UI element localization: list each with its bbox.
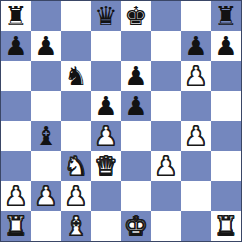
piece-black-queen-d8[interactable]: ♛ bbox=[94, 1, 117, 31]
square-h7[interactable]: ♟ bbox=[211, 31, 241, 61]
piece-white-queen-d3[interactable]: ♛ bbox=[94, 151, 117, 181]
piece-white-pawn-c2[interactable]: ♟ bbox=[64, 181, 87, 211]
square-d1[interactable] bbox=[91, 211, 121, 241]
square-d8[interactable]: ♛ bbox=[91, 1, 121, 31]
piece-white-pawn-g4[interactable]: ♟ bbox=[184, 121, 207, 151]
square-g8[interactable] bbox=[181, 1, 211, 31]
square-d6[interactable] bbox=[91, 61, 121, 91]
piece-white-rook-h1[interactable]: ♜ bbox=[214, 211, 237, 241]
square-f7[interactable] bbox=[151, 31, 181, 61]
square-b3[interactable] bbox=[31, 151, 61, 181]
square-d7[interactable] bbox=[91, 31, 121, 61]
square-a6[interactable] bbox=[1, 61, 31, 91]
square-c3[interactable]: ♞ bbox=[61, 151, 91, 181]
piece-black-rook-h8[interactable]: ♜ bbox=[214, 1, 237, 31]
square-g6[interactable]: ♟ bbox=[181, 61, 211, 91]
piece-black-pawn-b7[interactable]: ♟ bbox=[34, 31, 57, 61]
square-b1[interactable] bbox=[31, 211, 61, 241]
square-d4[interactable]: ♟ bbox=[91, 121, 121, 151]
square-f2[interactable] bbox=[151, 181, 181, 211]
square-a1[interactable]: ♜ bbox=[1, 211, 31, 241]
piece-black-pawn-e6[interactable]: ♟ bbox=[124, 61, 147, 91]
piece-white-pawn-f3[interactable]: ♟ bbox=[154, 151, 177, 181]
square-g5[interactable] bbox=[181, 91, 211, 121]
square-a2[interactable]: ♟ bbox=[1, 181, 31, 211]
square-e5[interactable]: ♟ bbox=[121, 91, 151, 121]
square-c8[interactable] bbox=[61, 1, 91, 31]
square-h1[interactable]: ♜ bbox=[211, 211, 241, 241]
square-e4[interactable] bbox=[121, 121, 151, 151]
square-b8[interactable] bbox=[31, 1, 61, 31]
piece-white-knight-c3[interactable]: ♞ bbox=[64, 151, 87, 181]
square-e1[interactable]: ♚ bbox=[121, 211, 151, 241]
square-g4[interactable]: ♟ bbox=[181, 121, 211, 151]
square-d5[interactable]: ♟ bbox=[91, 91, 121, 121]
square-f1[interactable] bbox=[151, 211, 181, 241]
square-f5[interactable] bbox=[151, 91, 181, 121]
square-b6[interactable] bbox=[31, 61, 61, 91]
square-d3[interactable]: ♛ bbox=[91, 151, 121, 181]
piece-white-bishop-c1[interactable]: ♝ bbox=[64, 211, 87, 241]
square-h3[interactable] bbox=[211, 151, 241, 181]
piece-white-king-e1[interactable]: ♚ bbox=[124, 211, 147, 241]
piece-white-pawn-a2[interactable]: ♟ bbox=[4, 181, 27, 211]
chess-board: ♜♛♚♜♟♟♟♟♞♟♟♟♟♝♟♟♞♛♟♟♟♟♜♝♚♜ bbox=[0, 0, 242, 242]
square-d2[interactable] bbox=[91, 181, 121, 211]
square-f8[interactable] bbox=[151, 1, 181, 31]
piece-white-pawn-d4[interactable]: ♟ bbox=[94, 121, 117, 151]
square-a7[interactable]: ♟ bbox=[1, 31, 31, 61]
square-e2[interactable] bbox=[121, 181, 151, 211]
piece-black-king-e8[interactable]: ♚ bbox=[124, 1, 147, 31]
square-h8[interactable]: ♜ bbox=[211, 1, 241, 31]
square-g3[interactable] bbox=[181, 151, 211, 181]
square-a4[interactable] bbox=[1, 121, 31, 151]
square-f4[interactable] bbox=[151, 121, 181, 151]
square-c6[interactable]: ♞ bbox=[61, 61, 91, 91]
piece-black-bishop-b4[interactable]: ♝ bbox=[34, 121, 57, 151]
square-e6[interactable]: ♟ bbox=[121, 61, 151, 91]
piece-black-pawn-e5[interactable]: ♟ bbox=[124, 91, 147, 121]
square-a8[interactable]: ♜ bbox=[1, 1, 31, 31]
piece-white-pawn-b2[interactable]: ♟ bbox=[34, 181, 57, 211]
piece-white-rook-a1[interactable]: ♜ bbox=[4, 211, 27, 241]
square-h5[interactable] bbox=[211, 91, 241, 121]
square-c2[interactable]: ♟ bbox=[61, 181, 91, 211]
square-c5[interactable] bbox=[61, 91, 91, 121]
square-e3[interactable] bbox=[121, 151, 151, 181]
piece-black-pawn-g7[interactable]: ♟ bbox=[184, 31, 207, 61]
square-a5[interactable] bbox=[1, 91, 31, 121]
square-e7[interactable] bbox=[121, 31, 151, 61]
square-a3[interactable] bbox=[1, 151, 31, 181]
piece-black-pawn-d5[interactable]: ♟ bbox=[94, 91, 117, 121]
square-e8[interactable]: ♚ bbox=[121, 1, 151, 31]
square-c1[interactable]: ♝ bbox=[61, 211, 91, 241]
square-b4[interactable]: ♝ bbox=[31, 121, 61, 151]
square-f3[interactable]: ♟ bbox=[151, 151, 181, 181]
square-h6[interactable] bbox=[211, 61, 241, 91]
square-h2[interactable] bbox=[211, 181, 241, 211]
square-b5[interactable] bbox=[31, 91, 61, 121]
square-b2[interactable]: ♟ bbox=[31, 181, 61, 211]
piece-black-pawn-h7[interactable]: ♟ bbox=[214, 31, 237, 61]
square-f6[interactable] bbox=[151, 61, 181, 91]
square-b7[interactable]: ♟ bbox=[31, 31, 61, 61]
piece-black-knight-c6[interactable]: ♞ bbox=[64, 61, 87, 91]
square-c4[interactable] bbox=[61, 121, 91, 151]
square-c7[interactable] bbox=[61, 31, 91, 61]
square-g2[interactable] bbox=[181, 181, 211, 211]
square-h4[interactable] bbox=[211, 121, 241, 151]
piece-white-pawn-g6[interactable]: ♟ bbox=[184, 61, 207, 91]
square-g1[interactable] bbox=[181, 211, 211, 241]
piece-black-pawn-a7[interactable]: ♟ bbox=[4, 31, 27, 61]
piece-black-rook-a8[interactable]: ♜ bbox=[4, 1, 27, 31]
square-g7[interactable]: ♟ bbox=[181, 31, 211, 61]
